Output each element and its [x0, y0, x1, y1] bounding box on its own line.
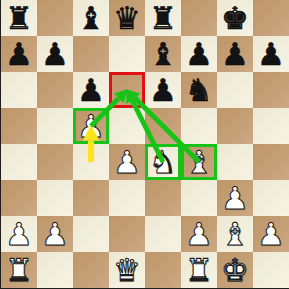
chess-board-window: ♜♝♛♜♚♟♟♝♟♟♟♟♟♞♟♟♞♝♟♟♟♟♝♟♜♛♜♚ [0, 0, 289, 289]
square-c4[interactable] [73, 144, 109, 180]
piece-white-rook-a1[interactable]: ♜ [5, 252, 33, 288]
square-c8[interactable]: ♝ [73, 0, 109, 36]
square-d4[interactable]: ♟ [109, 144, 145, 180]
square-f3[interactable] [181, 180, 217, 216]
square-f7[interactable]: ♟ [181, 36, 217, 72]
square-a2[interactable]: ♟ [1, 216, 37, 252]
square-g8[interactable]: ♚ [217, 0, 253, 36]
piece-black-pawn-g7[interactable]: ♟ [221, 36, 249, 72]
piece-white-pawn-h2[interactable]: ♟ [257, 216, 285, 252]
square-c7[interactable] [73, 36, 109, 72]
piece-white-pawn-c5[interactable]: ♟ [77, 108, 105, 144]
square-h5[interactable] [253, 108, 289, 144]
square-h1[interactable] [253, 252, 289, 288]
square-f5[interactable] [181, 108, 217, 144]
square-c1[interactable] [73, 252, 109, 288]
piece-white-rook-f1[interactable]: ♜ [185, 252, 213, 288]
piece-white-bishop-g2[interactable]: ♝ [221, 216, 249, 252]
square-g7[interactable]: ♟ [217, 36, 253, 72]
square-a4[interactable] [1, 144, 37, 180]
piece-black-pawn-h7[interactable]: ♟ [257, 36, 285, 72]
piece-white-pawn-a2[interactable]: ♟ [5, 216, 33, 252]
piece-black-bishop-c8[interactable]: ♝ [77, 0, 105, 36]
square-c2[interactable] [73, 216, 109, 252]
piece-black-bishop-e7[interactable]: ♝ [149, 36, 177, 72]
square-g4[interactable] [217, 144, 253, 180]
square-c6[interactable]: ♟ [73, 72, 109, 108]
square-d5[interactable] [109, 108, 145, 144]
square-b4[interactable] [37, 144, 73, 180]
square-a3[interactable] [1, 180, 37, 216]
square-d7[interactable] [109, 36, 145, 72]
square-a7[interactable]: ♟ [1, 36, 37, 72]
piece-white-pawn-d4[interactable]: ♟ [113, 144, 141, 180]
square-e8[interactable]: ♜ [145, 0, 181, 36]
square-a1[interactable]: ♜ [1, 252, 37, 288]
square-b5[interactable] [37, 108, 73, 144]
square-d8[interactable]: ♛ [109, 0, 145, 36]
square-b7[interactable]: ♟ [37, 36, 73, 72]
square-c3[interactable] [73, 180, 109, 216]
square-h4[interactable] [253, 144, 289, 180]
square-a5[interactable] [1, 108, 37, 144]
square-h8[interactable] [253, 0, 289, 36]
square-g5[interactable] [217, 108, 253, 144]
square-g1[interactable]: ♚ [217, 252, 253, 288]
square-f8[interactable] [181, 0, 217, 36]
square-b6[interactable] [37, 72, 73, 108]
piece-white-queen-d1[interactable]: ♛ [113, 252, 141, 288]
piece-black-pawn-e6[interactable]: ♟ [149, 72, 177, 108]
highlight-d6 [109, 72, 145, 108]
piece-black-knight-f6[interactable]: ♞ [185, 72, 213, 108]
square-e1[interactable] [145, 252, 181, 288]
square-h3[interactable] [253, 180, 289, 216]
square-e5[interactable] [145, 108, 181, 144]
square-f4[interactable]: ♝ [181, 144, 217, 180]
square-c5[interactable]: ♟ [73, 108, 109, 144]
square-f6[interactable]: ♞ [181, 72, 217, 108]
square-e6[interactable]: ♟ [145, 72, 181, 108]
piece-black-queen-d8[interactable]: ♛ [113, 0, 141, 36]
square-e2[interactable] [145, 216, 181, 252]
piece-black-rook-e8[interactable]: ♜ [149, 0, 177, 36]
piece-white-pawn-f2[interactable]: ♟ [185, 216, 213, 252]
piece-white-pawn-b2[interactable]: ♟ [41, 216, 69, 252]
piece-black-pawn-b7[interactable]: ♟ [41, 36, 69, 72]
square-h7[interactable]: ♟ [253, 36, 289, 72]
square-d1[interactable]: ♛ [109, 252, 145, 288]
square-e4[interactable]: ♞ [145, 144, 181, 180]
square-f2[interactable]: ♟ [181, 216, 217, 252]
square-a6[interactable] [1, 72, 37, 108]
square-d2[interactable] [109, 216, 145, 252]
square-b3[interactable] [37, 180, 73, 216]
piece-black-rook-a8[interactable]: ♜ [5, 0, 33, 36]
piece-black-pawn-f7[interactable]: ♟ [185, 36, 213, 72]
square-g2[interactable]: ♝ [217, 216, 253, 252]
square-e7[interactable]: ♝ [145, 36, 181, 72]
square-d6[interactable] [109, 72, 145, 108]
square-g3[interactable]: ♟ [217, 180, 253, 216]
square-b1[interactable] [37, 252, 73, 288]
piece-black-pawn-a7[interactable]: ♟ [5, 36, 33, 72]
piece-white-knight-e4[interactable]: ♞ [149, 144, 177, 180]
square-e3[interactable] [145, 180, 181, 216]
piece-white-bishop-f4[interactable]: ♝ [185, 144, 213, 180]
piece-white-pawn-g3[interactable]: ♟ [221, 180, 249, 216]
square-g6[interactable] [217, 72, 253, 108]
piece-black-king-g8[interactable]: ♚ [221, 0, 249, 36]
square-h2[interactable]: ♟ [253, 216, 289, 252]
square-a8[interactable]: ♜ [1, 0, 37, 36]
square-f1[interactable]: ♜ [181, 252, 217, 288]
chess-board: ♜♝♛♜♚♟♟♝♟♟♟♟♟♞♟♟♞♝♟♟♟♟♝♟♜♛♜♚ [1, 0, 289, 288]
square-d3[interactable] [109, 180, 145, 216]
piece-black-pawn-c6[interactable]: ♟ [77, 72, 105, 108]
piece-white-king-g1[interactable]: ♚ [221, 252, 249, 288]
square-h6[interactable] [253, 72, 289, 108]
square-b2[interactable]: ♟ [37, 216, 73, 252]
square-b8[interactable] [37, 0, 73, 36]
